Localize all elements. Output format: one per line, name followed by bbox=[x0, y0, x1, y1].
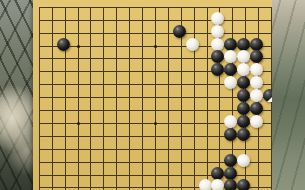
white-stone-S12 bbox=[250, 89, 263, 102]
star-point-K16 bbox=[154, 45, 157, 48]
black-stone-R9 bbox=[237, 128, 250, 141]
background-photo-left bbox=[0, 0, 33, 190]
white-stone-P17 bbox=[211, 25, 224, 38]
white-stone-N16 bbox=[186, 38, 199, 51]
grid-line-horizontal bbox=[39, 33, 272, 34]
grid-line-horizontal bbox=[39, 20, 272, 21]
black-stone-R11 bbox=[237, 102, 250, 115]
white-stone-S14 bbox=[250, 63, 263, 76]
black-stone-S11 bbox=[250, 102, 263, 115]
white-stone-P18 bbox=[211, 12, 224, 25]
black-stone-C16 bbox=[57, 38, 70, 51]
white-stone-Q10 bbox=[224, 115, 237, 128]
white-stone-R14 bbox=[237, 63, 250, 76]
go-app-screenshot bbox=[0, 0, 305, 190]
black-stone-S16 bbox=[250, 38, 263, 51]
white-stone-O5 bbox=[199, 179, 212, 190]
go-board[interactable] bbox=[33, 0, 272, 190]
black-stone-P6 bbox=[211, 167, 224, 180]
black-stone-P14 bbox=[211, 63, 224, 76]
black-stone-Q5 bbox=[224, 179, 237, 190]
black-stone-R13 bbox=[237, 76, 250, 89]
star-point-D10 bbox=[77, 122, 80, 125]
black-stone-R10 bbox=[237, 115, 250, 128]
black-stone-Q14 bbox=[224, 63, 237, 76]
background-photo-right bbox=[272, 0, 305, 190]
white-stone-S13 bbox=[250, 76, 263, 89]
grid-line-horizontal bbox=[39, 149, 272, 150]
white-stone-P5 bbox=[211, 179, 224, 190]
white-stone-S10 bbox=[250, 115, 263, 128]
black-stone-Q6 bbox=[224, 167, 237, 180]
black-stone-Q7 bbox=[224, 154, 237, 167]
black-stone-Q9 bbox=[224, 128, 237, 141]
white-stone-P16 bbox=[211, 38, 224, 51]
white-stone-Q13 bbox=[224, 76, 237, 89]
white-stone-R7 bbox=[237, 154, 250, 167]
black-stone-R12 bbox=[237, 89, 250, 102]
black-stone-P15 bbox=[211, 50, 224, 63]
black-stone-R16 bbox=[237, 38, 250, 51]
black-stone-R5 bbox=[237, 179, 250, 190]
grid-line-horizontal bbox=[39, 175, 272, 176]
white-stone-R15 bbox=[237, 50, 250, 63]
star-point-K10 bbox=[154, 122, 157, 125]
white-stone-Q15 bbox=[224, 50, 237, 63]
black-stone-S15 bbox=[250, 50, 263, 63]
grid-line-horizontal bbox=[39, 7, 272, 8]
black-stone-M17 bbox=[173, 25, 186, 38]
black-stone-Q16 bbox=[224, 38, 237, 51]
star-point-D16 bbox=[77, 45, 80, 48]
